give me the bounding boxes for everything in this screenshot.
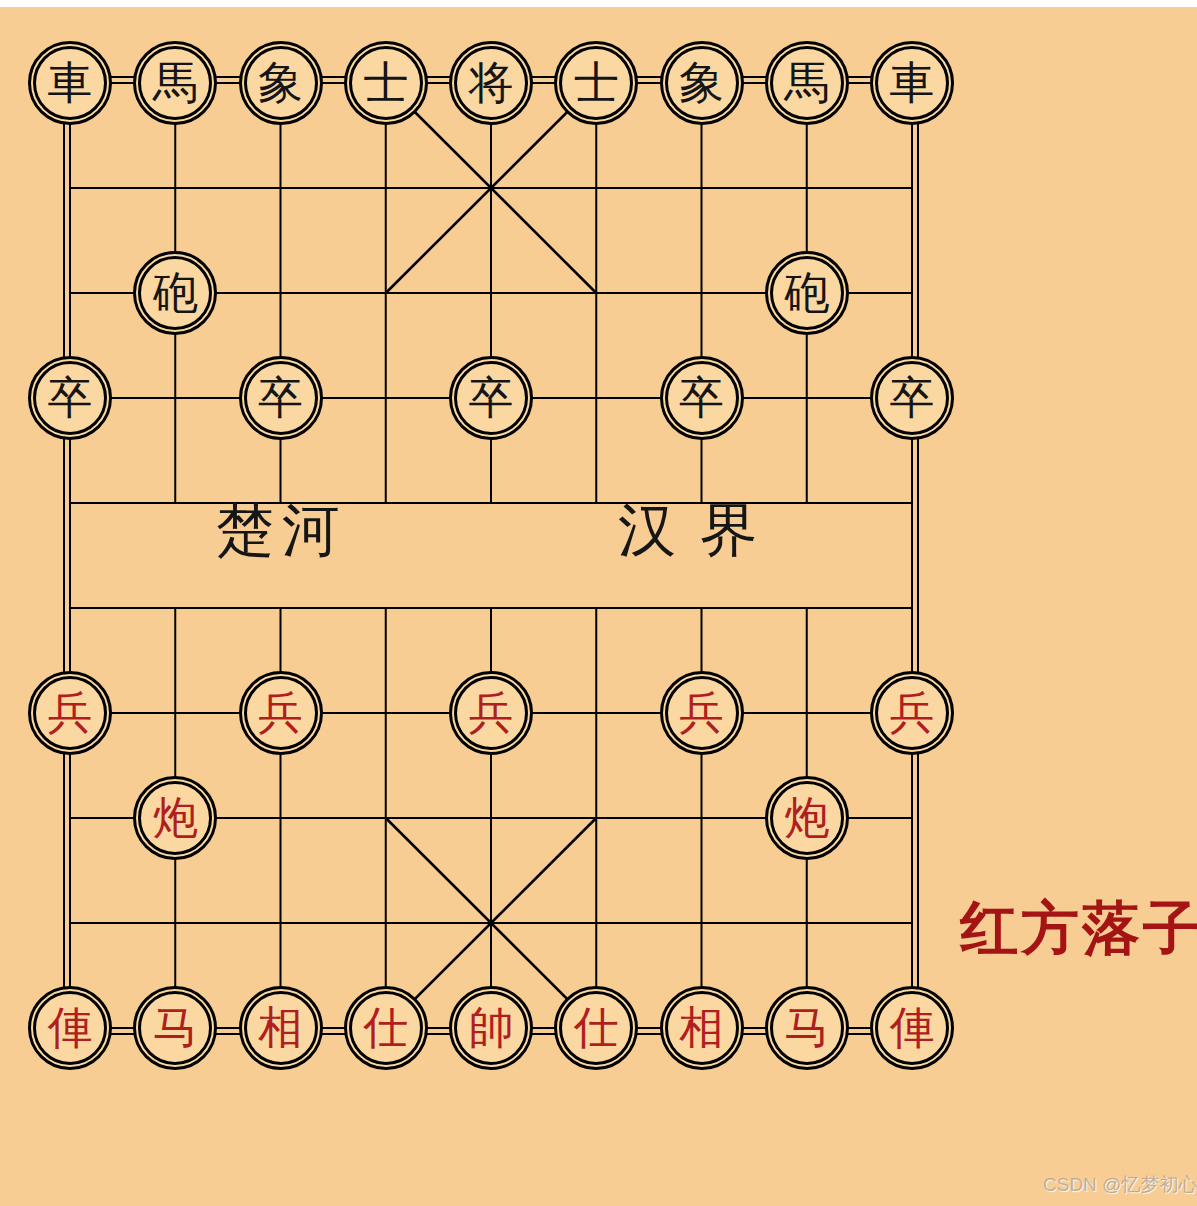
- piece-black-elephant-g10[interactable]: 象: [660, 41, 744, 125]
- xiangqi-screenshot: 車馬象士将士象馬車砲砲卒卒卒卒卒兵兵兵兵兵炮炮俥马相仕帥仕相马俥 楚河 汉界 红…: [0, 0, 1197, 1206]
- piece-glyph: 兵: [48, 691, 93, 736]
- piece-glyph: 卒: [890, 376, 935, 421]
- piece-glyph: 俥: [48, 1006, 93, 1051]
- piece-glyph: 砲: [153, 271, 198, 316]
- piece-glyph: 将: [469, 61, 514, 106]
- piece-glyph: 马: [784, 1006, 829, 1051]
- piece-glyph: 象: [258, 61, 303, 106]
- piece-black-advisor-f10[interactable]: 士: [554, 41, 638, 125]
- piece-glyph: 兵: [890, 691, 935, 736]
- piece-black-soldier-a7[interactable]: 卒: [28, 356, 112, 440]
- piece-black-cannon-b8[interactable]: 砲: [133, 251, 217, 335]
- piece-glyph: 仕: [363, 1006, 408, 1051]
- piece-black-soldier-c7[interactable]: 卒: [239, 356, 323, 440]
- piece-glyph: 兵: [679, 691, 724, 736]
- piece-glyph: 象: [679, 61, 724, 106]
- piece-glyph: 馬: [784, 61, 829, 106]
- piece-red-advisor-d1[interactable]: 仕: [344, 986, 428, 1070]
- piece-glyph: 車: [48, 61, 93, 106]
- piece-red-cannon-h3[interactable]: 炮: [765, 776, 849, 860]
- piece-glyph: 卒: [679, 376, 724, 421]
- piece-red-soldier-e4[interactable]: 兵: [449, 671, 533, 755]
- piece-red-soldier-i4[interactable]: 兵: [870, 671, 954, 755]
- piece-black-general-e10[interactable]: 将: [449, 41, 533, 125]
- piece-red-chariot-a1[interactable]: 俥: [28, 986, 112, 1070]
- piece-black-soldier-g7[interactable]: 卒: [660, 356, 744, 440]
- csdn-watermark: CSDN @忆梦初心: [1043, 1172, 1197, 1198]
- piece-glyph: 砲: [784, 271, 829, 316]
- piece-glyph: 相: [258, 1006, 303, 1051]
- piece-red-elephant-g1[interactable]: 相: [660, 986, 744, 1070]
- piece-glyph: 兵: [258, 691, 303, 736]
- piece-glyph: 車: [890, 61, 935, 106]
- piece-glyph: 帥: [469, 1006, 514, 1051]
- piece-glyph: 仕: [574, 1006, 619, 1051]
- piece-glyph: 士: [574, 61, 619, 106]
- piece-black-elephant-c10[interactable]: 象: [239, 41, 323, 125]
- piece-red-soldier-a4[interactable]: 兵: [28, 671, 112, 755]
- piece-black-soldier-e7[interactable]: 卒: [449, 356, 533, 440]
- river-label-han-jie: 汉界: [618, 496, 782, 566]
- piece-red-soldier-c4[interactable]: 兵: [239, 671, 323, 755]
- piece-glyph: 兵: [469, 691, 514, 736]
- river-label-chu-he: 楚河: [216, 496, 348, 566]
- piece-black-chariot-i10[interactable]: 車: [870, 41, 954, 125]
- piece-red-elephant-c1[interactable]: 相: [239, 986, 323, 1070]
- piece-black-chariot-a10[interactable]: 車: [28, 41, 112, 125]
- piece-black-cannon-h8[interactable]: 砲: [765, 251, 849, 335]
- piece-red-horse-b1[interactable]: 马: [133, 986, 217, 1070]
- piece-black-horse-b10[interactable]: 馬: [133, 41, 217, 125]
- piece-red-general-e1[interactable]: 帥: [449, 986, 533, 1070]
- piece-glyph: 相: [679, 1006, 724, 1051]
- piece-black-advisor-d10[interactable]: 士: [344, 41, 428, 125]
- piece-glyph: 卒: [258, 376, 303, 421]
- piece-red-horse-h1[interactable]: 马: [765, 986, 849, 1070]
- piece-glyph: 炮: [153, 796, 198, 841]
- piece-red-chariot-i1[interactable]: 俥: [870, 986, 954, 1070]
- piece-glyph: 卒: [48, 376, 93, 421]
- piece-glyph: 士: [363, 61, 408, 106]
- piece-glyph: 马: [153, 1006, 198, 1051]
- piece-glyph: 俥: [890, 1006, 935, 1051]
- piece-red-cannon-b3[interactable]: 炮: [133, 776, 217, 860]
- piece-red-soldier-g4[interactable]: 兵: [660, 671, 744, 755]
- piece-glyph: 馬: [153, 61, 198, 106]
- piece-glyph: 卒: [469, 376, 514, 421]
- piece-black-horse-h10[interactable]: 馬: [765, 41, 849, 125]
- red-to-move-annotation: 红方落子: [960, 894, 1197, 964]
- piece-glyph: 炮: [784, 796, 829, 841]
- piece-red-advisor-f1[interactable]: 仕: [554, 986, 638, 1070]
- piece-black-soldier-i7[interactable]: 卒: [870, 356, 954, 440]
